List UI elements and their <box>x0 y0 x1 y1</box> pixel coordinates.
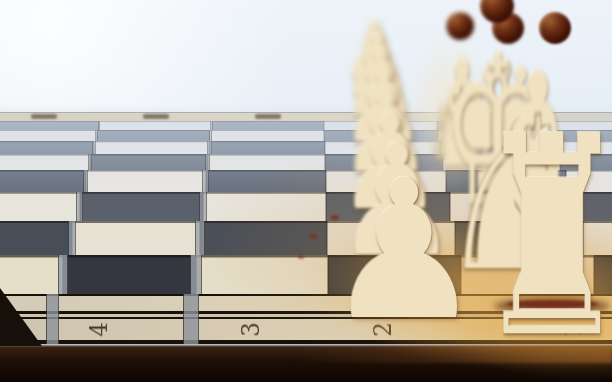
reflection-shadow <box>310 234 317 239</box>
board-square <box>63 255 196 296</box>
far-rank-label-blurred <box>31 114 57 119</box>
fold-seam <box>46 294 59 344</box>
rank-label-4: 4 <box>87 318 109 342</box>
board-square <box>0 221 72 256</box>
far-rank-label-blurred <box>143 114 169 119</box>
board-square <box>0 255 63 296</box>
fold-seam <box>58 255 68 296</box>
far-rank-label-blurred <box>255 114 281 119</box>
dark-ball-finial <box>539 12 571 44</box>
fold-seam <box>183 294 199 344</box>
fold-seam <box>76 192 82 221</box>
piece-white-rook-h1: ♜ <box>475 100 612 376</box>
piece-white-pawn-h2: ♟ <box>325 155 483 347</box>
board-square <box>0 192 80 221</box>
chessboard-photo: 4 3 2 1 ♜♞♝♛♚♝♞♟♟♟♟♟♟♟♟♜ <box>0 0 612 382</box>
board-square <box>80 192 203 221</box>
fold-seam <box>68 221 76 256</box>
reflection-shadow <box>298 255 304 259</box>
